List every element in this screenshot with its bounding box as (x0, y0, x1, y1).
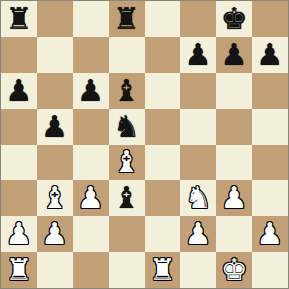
square-f4[interactable] (180, 145, 216, 181)
piece-black-pawn[interactable]: ♟ (77, 76, 104, 106)
square-f3[interactable]: ♞ (180, 180, 216, 216)
square-f2[interactable]: ♟ (180, 216, 216, 252)
square-e3[interactable] (145, 180, 181, 216)
square-a8[interactable]: ♜ (1, 1, 37, 37)
square-d8[interactable]: ♜ (109, 1, 145, 37)
piece-white-pawn[interactable]: ♟ (41, 219, 68, 249)
square-h3[interactable] (252, 180, 288, 216)
square-e2[interactable] (145, 216, 181, 252)
square-e5[interactable] (145, 109, 181, 145)
piece-white-knight[interactable]: ♞ (185, 183, 212, 213)
piece-black-knight[interactable]: ♞ (113, 112, 140, 142)
square-h1[interactable] (252, 252, 288, 288)
piece-black-pawn[interactable]: ♟ (5, 76, 32, 106)
square-a6[interactable]: ♟ (1, 73, 37, 109)
square-d2[interactable] (109, 216, 145, 252)
square-a1[interactable]: ♜ (1, 252, 37, 288)
square-h8[interactable] (252, 1, 288, 37)
square-h5[interactable] (252, 109, 288, 145)
square-g3[interactable]: ♟ (216, 180, 252, 216)
square-g5[interactable] (216, 109, 252, 145)
square-e6[interactable] (145, 73, 181, 109)
square-g1[interactable]: ♚ (216, 252, 252, 288)
square-g8[interactable]: ♚ (216, 1, 252, 37)
piece-black-king[interactable]: ♚ (221, 4, 248, 34)
square-f6[interactable] (180, 73, 216, 109)
square-b8[interactable] (37, 1, 73, 37)
square-f8[interactable] (180, 1, 216, 37)
square-f5[interactable] (180, 109, 216, 145)
piece-white-rook[interactable]: ♜ (149, 255, 176, 285)
piece-white-rook[interactable]: ♜ (5, 255, 32, 285)
square-c5[interactable] (73, 109, 109, 145)
square-e1[interactable]: ♜ (145, 252, 181, 288)
square-c8[interactable] (73, 1, 109, 37)
square-a7[interactable] (1, 37, 37, 73)
chess-board: ♜♜♚♟♟♟♟♟♝♟♞♝♝♟♝♞♟♟♟♟♟♜♜♚ (0, 0, 289, 289)
piece-white-pawn[interactable]: ♟ (5, 219, 32, 249)
square-c6[interactable]: ♟ (73, 73, 109, 109)
piece-white-pawn[interactable]: ♟ (221, 183, 248, 213)
piece-black-rook[interactable]: ♜ (113, 4, 140, 34)
square-b2[interactable]: ♟ (37, 216, 73, 252)
square-a2[interactable]: ♟ (1, 216, 37, 252)
piece-white-pawn[interactable]: ♟ (257, 219, 284, 249)
square-d5[interactable]: ♞ (109, 109, 145, 145)
square-f7[interactable]: ♟ (180, 37, 216, 73)
square-b7[interactable] (37, 37, 73, 73)
square-g4[interactable] (216, 145, 252, 181)
square-c3[interactable]: ♟ (73, 180, 109, 216)
square-d1[interactable] (109, 252, 145, 288)
square-d6[interactable]: ♝ (109, 73, 145, 109)
square-b3[interactable]: ♝ (37, 180, 73, 216)
square-d7[interactable] (109, 37, 145, 73)
piece-black-bishop[interactable]: ♝ (113, 76, 140, 106)
square-c2[interactable] (73, 216, 109, 252)
piece-black-pawn[interactable]: ♟ (221, 40, 248, 70)
square-d3[interactable]: ♝ (109, 180, 145, 216)
square-e8[interactable] (145, 1, 181, 37)
square-e7[interactable] (145, 37, 181, 73)
square-g7[interactable]: ♟ (216, 37, 252, 73)
piece-white-bishop[interactable]: ♝ (41, 183, 68, 213)
square-g6[interactable] (216, 73, 252, 109)
square-b5[interactable]: ♟ (37, 109, 73, 145)
piece-black-bishop[interactable]: ♝ (113, 183, 140, 213)
square-a5[interactable] (1, 109, 37, 145)
square-a3[interactable] (1, 180, 37, 216)
square-b1[interactable] (37, 252, 73, 288)
square-f1[interactable] (180, 252, 216, 288)
square-d4[interactable]: ♝ (109, 145, 145, 181)
square-h7[interactable]: ♟ (252, 37, 288, 73)
square-h2[interactable]: ♟ (252, 216, 288, 252)
piece-white-bishop[interactable]: ♝ (113, 147, 140, 177)
square-c7[interactable] (73, 37, 109, 73)
piece-white-pawn[interactable]: ♟ (77, 183, 104, 213)
square-c1[interactable] (73, 252, 109, 288)
piece-black-pawn[interactable]: ♟ (41, 112, 68, 142)
square-h6[interactable] (252, 73, 288, 109)
square-b4[interactable] (37, 145, 73, 181)
piece-white-pawn[interactable]: ♟ (185, 219, 212, 249)
piece-black-pawn[interactable]: ♟ (185, 40, 212, 70)
piece-black-rook[interactable]: ♜ (5, 4, 32, 34)
piece-white-king[interactable]: ♚ (221, 255, 248, 285)
square-g2[interactable] (216, 216, 252, 252)
piece-black-pawn[interactable]: ♟ (257, 40, 284, 70)
square-h4[interactable] (252, 145, 288, 181)
square-c4[interactable] (73, 145, 109, 181)
square-b6[interactable] (37, 73, 73, 109)
square-e4[interactable] (145, 145, 181, 181)
square-a4[interactable] (1, 145, 37, 181)
